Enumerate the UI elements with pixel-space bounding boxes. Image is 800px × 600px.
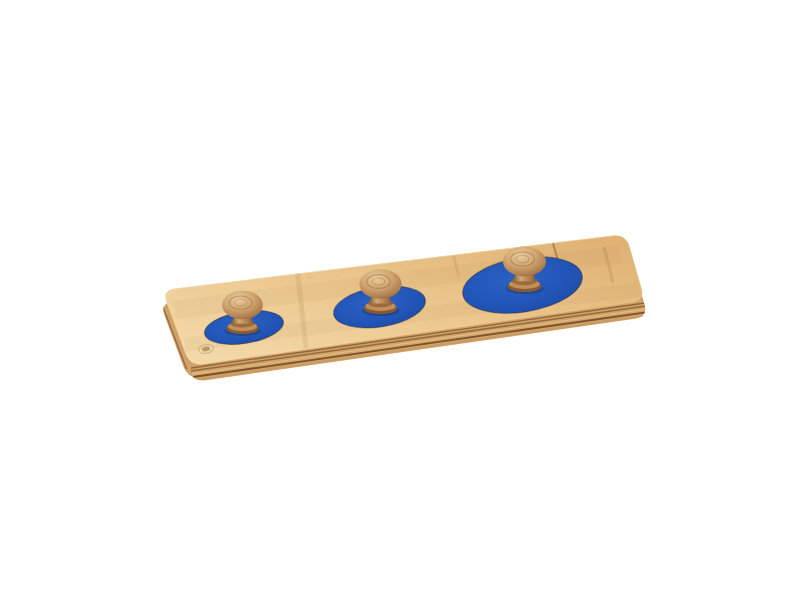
knob-medium[interactable] <box>359 269 401 316</box>
product-photo <box>0 0 800 600</box>
product-photo-stage <box>0 0 800 600</box>
knob-small[interactable] <box>222 291 263 336</box>
knob-large[interactable] <box>503 247 546 295</box>
